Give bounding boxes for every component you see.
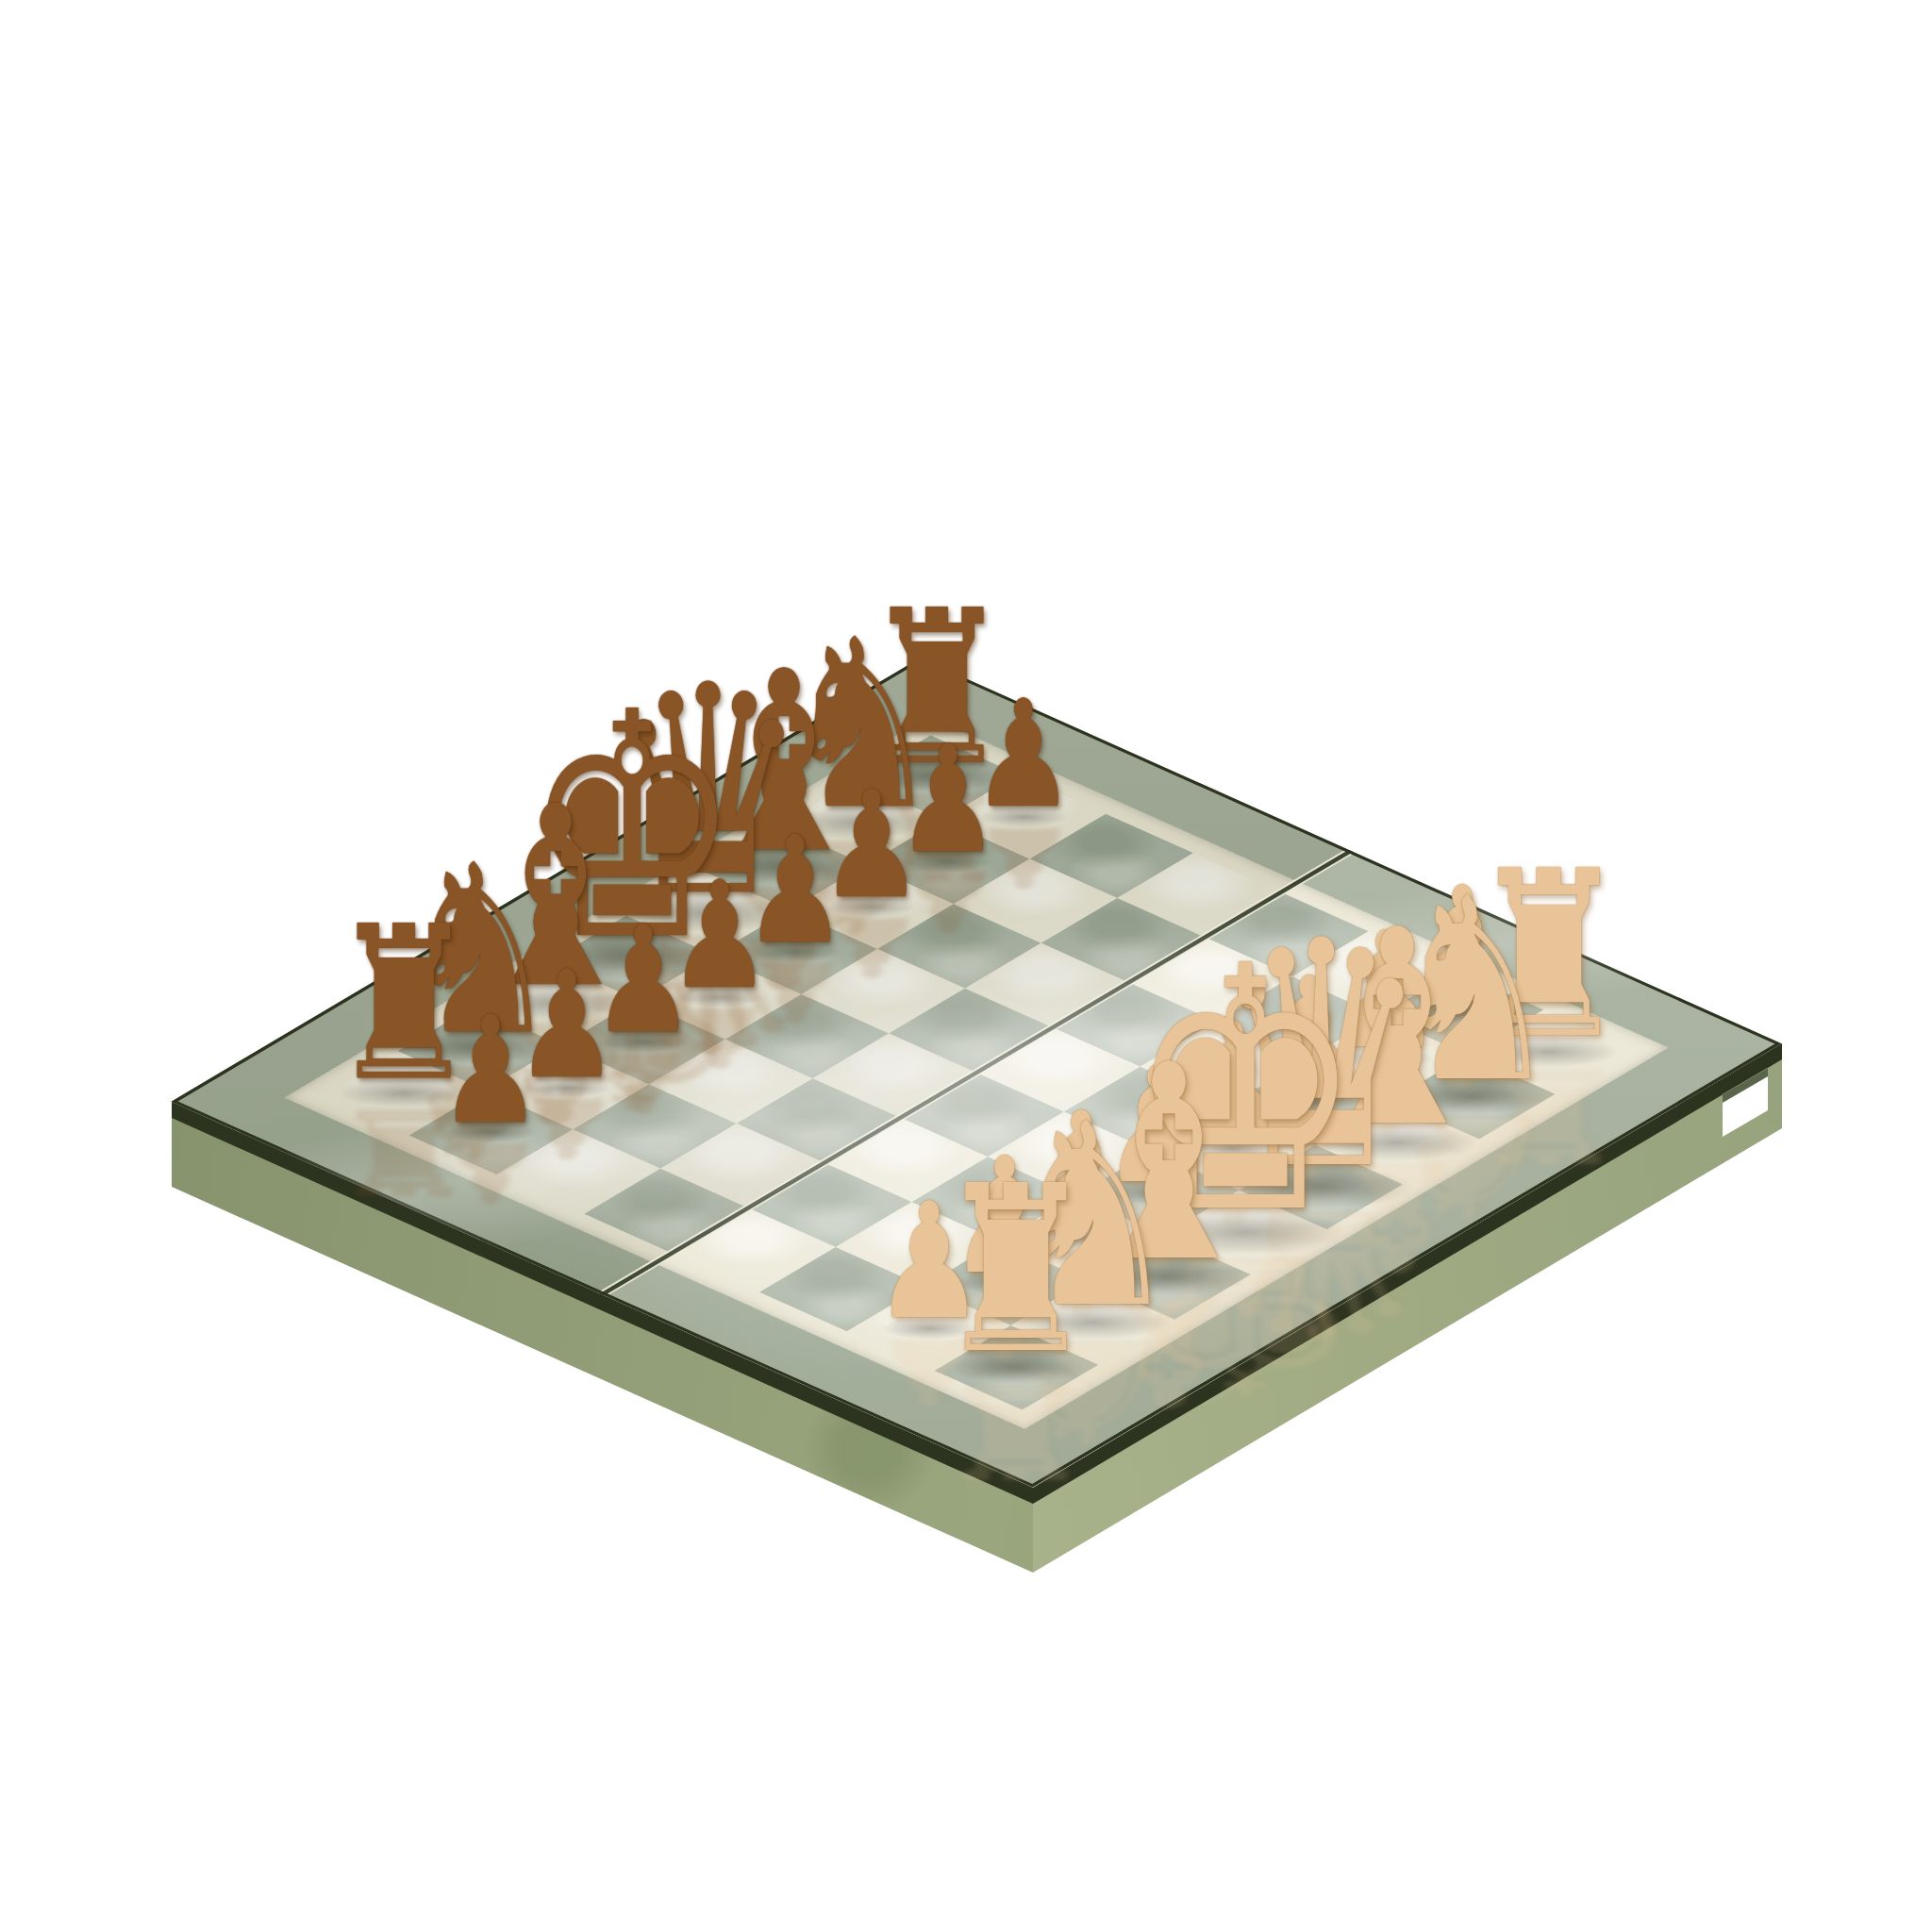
pieces-layer: ♜♜♟♟♟♟♜♜♞♞♟♟♟♟♞♞♝♝♟♟♟♟♝♝♛♛♟♟♟♟♛♛♚♚♟♟♟♟♚♚… <box>0 0 1932 1932</box>
chess-set-stage: ♜♜♟♟♟♟♜♜♞♞♟♟♟♟♞♞♝♝♟♟♟♟♝♝♛♛♟♟♟♟♛♛♚♚♟♟♟♟♚♚… <box>0 0 1932 1932</box>
pawn-glyph: ♟ <box>440 996 543 1144</box>
rook-glyph: ♜ <box>936 1156 1097 1386</box>
product-photo-page: { "game": "chess", "scene": { "descripti… <box>0 0 1932 1932</box>
